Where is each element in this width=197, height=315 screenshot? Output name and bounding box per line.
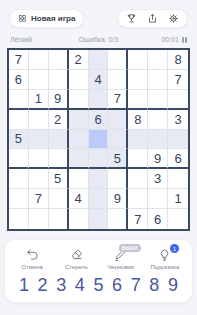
- cell-r2c5[interactable]: 4: [89, 70, 109, 90]
- cell-r9c6[interactable]: [108, 209, 128, 229]
- cell-r5c3[interactable]: [49, 130, 69, 150]
- pause-button[interactable]: [182, 37, 187, 43]
- cell-r7c4[interactable]: [69, 169, 89, 189]
- settings-button[interactable]: [168, 13, 179, 24]
- cell-r2c1[interactable]: 6: [9, 70, 29, 90]
- hint-label: Подсказка: [150, 264, 179, 270]
- cell-r2c8[interactable]: [148, 70, 168, 90]
- cell-r8c2[interactable]: 7: [29, 189, 49, 209]
- cell-r5c7[interactable]: [128, 130, 148, 150]
- cell-r5c2[interactable]: [29, 130, 49, 150]
- mistakes-counter: Ошибка: 0/3: [69, 36, 128, 43]
- timer-value: 00:01: [161, 36, 179, 43]
- draft-label: Черновик: [107, 264, 134, 270]
- cell-r1c7[interactable]: [128, 50, 148, 70]
- new-game-label: Новая игра: [31, 14, 75, 23]
- erase-label: Стереть: [65, 264, 88, 270]
- top-bar: Новая игра: [0, 0, 197, 29]
- pause-icon: [185, 37, 187, 43]
- trophy-button[interactable]: [126, 13, 137, 24]
- cell-r6c6[interactable]: 5: [108, 149, 128, 169]
- eraser-icon: [69, 247, 84, 262]
- cell-r5c6[interactable]: [108, 130, 128, 150]
- cell-r1c2[interactable]: [29, 50, 49, 70]
- cell-r6c4[interactable]: [69, 149, 89, 169]
- cell-r9c4[interactable]: [69, 209, 89, 229]
- cell-r7c5[interactable]: [89, 169, 109, 189]
- cell-r7c1[interactable]: [9, 169, 29, 189]
- hint-count-badge: 1: [170, 244, 179, 253]
- share-button[interactable]: [147, 13, 158, 24]
- cell-r5c1[interactable]: 5: [9, 130, 29, 150]
- draft-mode-badge: ВЫКЛ: [119, 244, 141, 252]
- cell-r2c3[interactable]: [49, 70, 69, 90]
- cell-r7c8[interactable]: 3: [148, 169, 168, 189]
- cell-r2c9[interactable]: 7: [168, 70, 188, 90]
- cell-r9c2[interactable]: [29, 209, 49, 229]
- sudoku-grid: 7286471972683559653749176: [7, 48, 190, 231]
- cell-r8c8[interactable]: [148, 189, 168, 209]
- cell-r3c8[interactable]: [148, 90, 168, 110]
- cell-r1c4[interactable]: 2: [69, 50, 89, 70]
- cell-r6c7[interactable]: [128, 149, 148, 169]
- cell-r4c9[interactable]: 3: [168, 110, 188, 130]
- cell-r8c5[interactable]: [89, 189, 109, 209]
- cell-r5c8[interactable]: [148, 130, 168, 150]
- cell-r8c4[interactable]: 4: [69, 189, 89, 209]
- cell-r4c5[interactable]: 6: [89, 110, 109, 130]
- numpad-7[interactable]: 7: [128, 275, 144, 297]
- cell-r6c3[interactable]: [49, 149, 69, 169]
- cell-r4c3[interactable]: 2: [49, 110, 69, 130]
- draft-button[interactable]: ВЫКЛ Черновик: [100, 247, 142, 270]
- cell-r4c7[interactable]: 8: [128, 110, 148, 130]
- cell-r7c2[interactable]: [29, 169, 49, 189]
- new-game-grid-icon: [18, 14, 27, 23]
- numpad-1[interactable]: 1: [16, 275, 32, 297]
- numpad-4[interactable]: 4: [72, 275, 88, 297]
- cell-r7c6[interactable]: [108, 169, 128, 189]
- cell-r3c1[interactable]: [9, 90, 29, 110]
- cell-r1c3[interactable]: [49, 50, 69, 70]
- cell-r1c8[interactable]: [148, 50, 168, 70]
- cell-r1c1[interactable]: 7: [9, 50, 29, 70]
- trophy-icon: [126, 13, 137, 24]
- cell-r3c5[interactable]: [89, 90, 109, 110]
- cell-r9c5[interactable]: [89, 209, 109, 229]
- new-game-button[interactable]: Новая игра: [9, 9, 84, 28]
- cell-r2c6[interactable]: [108, 70, 128, 90]
- numpad-2[interactable]: 2: [35, 275, 51, 297]
- cell-r3c3[interactable]: 9: [49, 90, 69, 110]
- cell-r9c9[interactable]: [168, 209, 188, 229]
- hint-button[interactable]: 1 Подсказка: [144, 247, 186, 270]
- cell-r2c2[interactable]: [29, 70, 49, 90]
- numpad-8[interactable]: 8: [146, 275, 162, 297]
- pause-icon: [182, 37, 184, 43]
- cell-r6c2[interactable]: [29, 149, 49, 169]
- cell-r1c6[interactable]: [108, 50, 128, 70]
- cell-r6c5[interactable]: [89, 149, 109, 169]
- numpad-3[interactable]: 3: [53, 275, 69, 297]
- cell-r9c7[interactable]: 7: [128, 209, 148, 229]
- undo-button[interactable]: Отмена: [11, 247, 53, 270]
- cell-r5c4[interactable]: [69, 130, 89, 150]
- cell-r4c6[interactable]: [108, 110, 128, 130]
- cell-r4c1[interactable]: [9, 110, 29, 130]
- cell-r3c9[interactable]: [168, 90, 188, 110]
- numpad-9[interactable]: 9: [165, 275, 181, 297]
- cell-r8c6[interactable]: 9: [108, 189, 128, 209]
- cell-r6c9[interactable]: 6: [168, 149, 188, 169]
- undo-label: Отмена: [21, 264, 43, 270]
- cell-r1c5[interactable]: [89, 50, 109, 70]
- cell-r7c7[interactable]: [128, 169, 148, 189]
- cell-r6c1[interactable]: [9, 149, 29, 169]
- cell-r5c9[interactable]: [168, 130, 188, 150]
- erase-button[interactable]: Стереть: [55, 247, 97, 270]
- cell-r4c4[interactable]: [69, 110, 89, 130]
- cell-r2c7[interactable]: [128, 70, 148, 90]
- cell-r3c4[interactable]: [69, 90, 89, 110]
- cell-r7c3[interactable]: 5: [49, 169, 69, 189]
- undo-icon: [25, 247, 40, 262]
- cell-r6c8[interactable]: 9: [148, 149, 168, 169]
- sudoku-app: Новая игра Л: [0, 0, 197, 302]
- cell-r9c1[interactable]: [9, 209, 29, 229]
- numpad-5[interactable]: 5: [91, 275, 107, 297]
- cell-r5c5[interactable]: [89, 130, 109, 150]
- toolbar: Отмена Стереть ВЫКЛ Черновик 1: [10, 247, 187, 270]
- cell-r9c3[interactable]: [49, 209, 69, 229]
- cell-r3c6[interactable]: 7: [108, 90, 128, 110]
- cell-r8c7[interactable]: [128, 189, 148, 209]
- share-icon: [147, 13, 158, 24]
- cell-r4c8[interactable]: [148, 110, 168, 130]
- status-bar: Лёгкий Ошибка: 0/3 00:01: [0, 29, 197, 46]
- difficulty-label[interactable]: Лёгкий: [10, 36, 69, 43]
- cell-r8c3[interactable]: [49, 189, 69, 209]
- cell-r3c7[interactable]: [128, 90, 148, 110]
- cell-r7c9[interactable]: [168, 169, 188, 189]
- control-card: Отмена Стереть ВЫКЛ Черновик 1: [5, 240, 192, 302]
- cell-r8c9[interactable]: 1: [168, 189, 188, 209]
- cell-r1c9[interactable]: 8: [168, 50, 188, 70]
- numpad: 123456789: [10, 270, 187, 299]
- settings-gear-icon: [168, 13, 179, 24]
- numpad-6[interactable]: 6: [109, 275, 125, 297]
- cell-r8c1[interactable]: [9, 189, 29, 209]
- cell-r3c2[interactable]: 1: [29, 90, 49, 110]
- top-actions: [117, 9, 188, 28]
- cell-r9c8[interactable]: 6: [148, 209, 168, 229]
- cell-r2c4[interactable]: [69, 70, 89, 90]
- cell-r4c2[interactable]: [29, 110, 49, 130]
